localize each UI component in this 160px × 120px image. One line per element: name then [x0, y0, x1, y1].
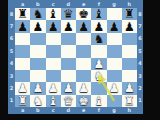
square-h4[interactable] [122, 58, 137, 70]
piece-black-pawn-c7[interactable]: ♟ [46, 20, 61, 32]
square-d7[interactable]: ♟ [61, 20, 76, 32]
square-f4[interactable]: ♟ [91, 58, 106, 70]
square-g1[interactable] [107, 95, 122, 107]
square-h8[interactable]: ♜ [122, 8, 137, 20]
piece-white-pawn-b2[interactable]: ♟ [30, 82, 45, 94]
square-c6[interactable] [46, 33, 61, 45]
square-h6[interactable] [122, 33, 137, 45]
piece-white-pawn-h2[interactable]: ♟ [122, 82, 137, 94]
piece-white-pawn-e2[interactable]: ♟ [76, 82, 91, 94]
square-g7[interactable]: ♟ [107, 20, 122, 32]
piece-white-rook-a1[interactable]: ♜ [15, 95, 30, 107]
piece-white-pawn-a2[interactable]: ♟ [15, 82, 30, 94]
rank-labels-left: 87654321 [8, 8, 15, 107]
piece-black-pawn-d7[interactable]: ♟ [61, 20, 76, 32]
file-label-h: h [122, 107, 137, 114]
piece-black-bishop-f8[interactable]: ♝ [91, 8, 106, 20]
square-a4[interactable] [15, 58, 30, 70]
square-e6[interactable] [76, 33, 91, 45]
file-label-g: g [107, 107, 122, 114]
square-g4[interactable] [107, 58, 122, 70]
rank-label-7: 7 [8, 20, 15, 32]
piece-black-knight-b8[interactable]: ♞ [30, 8, 45, 20]
square-b8[interactable]: ♞ [30, 8, 45, 20]
square-d1[interactable]: ♛ [61, 95, 76, 107]
piece-black-knight-f6[interactable]: ♞ [91, 33, 106, 45]
piece-white-pawn-g2[interactable]: ♟ [107, 82, 122, 94]
square-g6[interactable] [107, 33, 122, 45]
square-f1[interactable]: ♝ [91, 95, 106, 107]
piece-black-rook-h8[interactable]: ♜ [122, 8, 137, 20]
rank-label-6: 6 [8, 33, 15, 45]
file-label-c: c [46, 107, 61, 114]
piece-white-pawn-c2[interactable]: ♟ [46, 82, 61, 94]
square-e1[interactable]: ♚ [76, 95, 91, 107]
square-e7[interactable]: ♟ [76, 20, 91, 32]
square-a5[interactable] [15, 45, 30, 57]
square-d8[interactable]: ♛ [61, 8, 76, 20]
rank-label-2: 2 [8, 82, 15, 94]
rank-label-3: 3 [8, 70, 15, 82]
piece-black-queen-d8[interactable]: ♛ [61, 8, 76, 20]
piece-black-pawn-a7[interactable]: ♟ [15, 20, 30, 32]
piece-black-pawn-g7[interactable]: ♟ [107, 20, 122, 32]
square-c4[interactable] [46, 58, 61, 70]
piece-white-knight-b1[interactable]: ♞ [30, 95, 45, 107]
square-e4[interactable] [76, 58, 91, 70]
square-g2[interactable]: ♟ [107, 82, 122, 94]
square-a7[interactable]: ♟ [15, 20, 30, 32]
square-h3[interactable] [122, 70, 137, 82]
square-b4[interactable] [30, 58, 45, 70]
file-label-c: c [46, 0, 61, 8]
file-label-f: f [91, 107, 106, 114]
file-label-b: b [30, 107, 45, 114]
piece-black-pawn-e7[interactable]: ♟ [76, 20, 91, 32]
rank-label-8: 8 [8, 8, 15, 20]
square-b1[interactable]: ♞ [30, 95, 45, 107]
square-d2[interactable]: ♟ [61, 82, 76, 94]
piece-black-pawn-f7[interactable]: ♟ [91, 20, 106, 32]
file-label-d: d [61, 107, 76, 114]
square-a6[interactable] [15, 33, 30, 45]
file-label-d: d [61, 0, 76, 8]
piece-black-pawn-b7[interactable]: ♟ [30, 20, 45, 32]
square-c2[interactable]: ♟ [46, 82, 61, 94]
rank-label-7: 7 [137, 20, 143, 32]
square-e8[interactable]: ♚ [76, 8, 91, 20]
chess-video-frame: abcdefgh abcdefgh 87654321 87654321 ♜♞♝♛… [0, 0, 160, 120]
rank-label-5: 5 [137, 45, 143, 57]
piece-white-queen-d1[interactable]: ♛ [61, 95, 76, 107]
piece-white-bishop-c1[interactable]: ♝ [46, 95, 61, 107]
square-b3[interactable] [30, 70, 45, 82]
piece-black-bishop-c8[interactable]: ♝ [46, 8, 61, 20]
file-label-f: f [91, 0, 106, 8]
square-d4[interactable] [61, 58, 76, 70]
square-h5[interactable] [122, 45, 137, 57]
square-a2[interactable]: ♟ [15, 82, 30, 94]
rank-label-3: 3 [137, 70, 143, 82]
file-label-e: e [76, 107, 91, 114]
square-g8[interactable] [107, 8, 122, 20]
square-b7[interactable]: ♟ [30, 20, 45, 32]
square-c8[interactable]: ♝ [46, 8, 61, 20]
square-b5[interactable] [30, 45, 45, 57]
piece-white-pawn-f4[interactable]: ♟ [91, 57, 106, 69]
square-f2[interactable] [91, 82, 106, 94]
rank-label-4: 4 [8, 58, 15, 70]
piece-black-rook-a8[interactable]: ♜ [15, 8, 30, 20]
rank-label-1: 1 [137, 95, 143, 107]
file-label-e: e [76, 0, 91, 8]
square-c3[interactable] [46, 70, 61, 82]
square-c7[interactable]: ♟ [46, 20, 61, 32]
piece-white-pawn-d2[interactable]: ♟ [61, 82, 76, 94]
rank-label-5: 5 [8, 45, 15, 57]
piece-white-king-e1[interactable]: ♚ [76, 95, 91, 107]
board-frame: abcdefgh abcdefgh 87654321 87654321 ♜♞♝♛… [8, 0, 143, 114]
square-a1[interactable]: ♜ [15, 95, 30, 107]
square-d3[interactable] [61, 70, 76, 82]
rank-label-2: 2 [137, 82, 143, 94]
piece-white-rook-h1[interactable]: ♜ [122, 95, 137, 107]
piece-black-pawn-h7[interactable]: ♟ [122, 20, 137, 32]
rank-labels-right: 87654321 [137, 8, 143, 107]
square-f7[interactable]: ♟ [91, 20, 106, 32]
rank-label-1: 1 [8, 95, 15, 107]
square-f6[interactable]: ♞ [91, 33, 106, 45]
square-d6[interactable] [61, 33, 76, 45]
square-f3[interactable]: ♞ [91, 70, 106, 82]
piece-white-bishop-f1[interactable]: ♝ [91, 95, 106, 107]
file-label-a: a [15, 0, 30, 8]
file-label-g: g [107, 0, 122, 8]
rank-label-4: 4 [137, 58, 143, 70]
piece-white-knight-f3[interactable]: ♞ [91, 70, 106, 82]
square-f8[interactable]: ♝ [91, 8, 106, 20]
square-h1[interactable]: ♜ [122, 95, 137, 107]
rank-label-8: 8 [137, 8, 143, 20]
square-a3[interactable] [15, 70, 30, 82]
square-c5[interactable] [46, 45, 61, 57]
square-c1[interactable]: ♝ [46, 95, 61, 107]
chess-board: ♜♞♝♛♚♝♜♟♟♟♟♟♟♟♟♞♟♞♟♟♟♟♟♟♟♜♞♝♛♚♝♜ [15, 8, 137, 107]
piece-black-king-e8[interactable]: ♚ [76, 8, 91, 20]
square-g5[interactable] [107, 45, 122, 57]
square-e5[interactable] [76, 45, 91, 57]
square-b2[interactable]: ♟ [30, 82, 45, 94]
file-labels-bottom: abcdefgh [15, 107, 137, 114]
file-labels-top: abcdefgh [15, 0, 137, 8]
square-h2[interactable]: ♟ [122, 82, 137, 94]
file-label-a: a [15, 107, 30, 114]
square-b6[interactable] [30, 33, 45, 45]
square-h7[interactable]: ♟ [122, 20, 137, 32]
square-a8[interactable]: ♜ [15, 8, 30, 20]
square-f5[interactable] [91, 45, 106, 57]
square-d5[interactable] [61, 45, 76, 57]
square-e3[interactable] [76, 70, 91, 82]
file-label-h: h [122, 0, 137, 8]
rank-label-6: 6 [137, 33, 143, 45]
file-label-b: b [30, 0, 45, 8]
square-e2[interactable]: ♟ [76, 82, 91, 94]
square-g3[interactable] [107, 70, 122, 82]
